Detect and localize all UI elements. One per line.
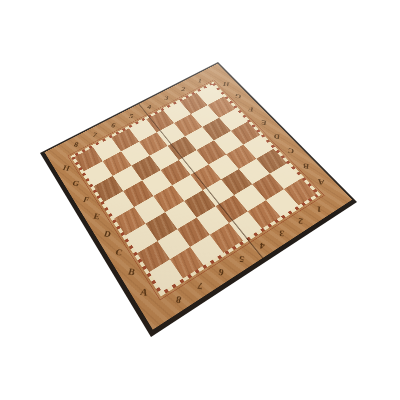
coordinate-label-left-G: G xyxy=(71,180,80,188)
coordinate-label-left-E: E xyxy=(92,212,100,221)
coordinate-label-bottom-5: 5 xyxy=(239,253,245,263)
coordinate-label-right-F: F xyxy=(248,106,254,113)
coordinate-label-right-G: G xyxy=(235,93,242,100)
coordinate-label-top-7: 7 xyxy=(92,132,98,139)
coordinate-label-left-D: D xyxy=(103,230,112,239)
coordinate-label-right-H: H xyxy=(223,81,230,87)
coordinate-label-bottom-2: 2 xyxy=(298,216,304,225)
coordinate-label-top-3: 3 xyxy=(163,95,169,101)
coordinate-label-right-D: D xyxy=(274,132,281,139)
coordinate-label-bottom-6: 6 xyxy=(218,266,225,276)
coordinate-label-bottom-1: 1 xyxy=(316,204,321,213)
coordinate-label-left-A: A xyxy=(139,287,148,298)
coordinate-label-right-C: C xyxy=(288,147,295,155)
coordinate-label-top-2: 2 xyxy=(181,86,186,92)
coordinate-label-left-B: B xyxy=(127,267,136,277)
playing-area xyxy=(70,82,320,297)
coordinate-label-bottom-7: 7 xyxy=(197,280,204,290)
coordinate-label-top-1: 1 xyxy=(197,78,202,84)
board-wood-frame: 87654321 87654321 HGFEDCBA HGFEDCBA xyxy=(44,64,352,330)
coordinate-label-left-F: F xyxy=(82,196,90,204)
coordinate-label-top-5: 5 xyxy=(128,113,134,120)
coordinate-label-right-E: E xyxy=(260,119,267,126)
coordinate-label-bottom-8: 8 xyxy=(175,294,182,305)
coordinate-label-bottom-3: 3 xyxy=(279,228,285,237)
coordinate-label-left-C: C xyxy=(115,248,124,258)
chess-board: 87654321 87654321 HGFEDCBA HGFEDCBA xyxy=(40,62,357,337)
coordinate-label-bottom-4: 4 xyxy=(259,241,265,250)
photo-background: 87654321 87654321 HGFEDCBA HGFEDCBA xyxy=(0,0,400,400)
coordinate-label-top-8: 8 xyxy=(73,141,80,148)
coordinate-label-right-B: B xyxy=(303,162,310,170)
coordinate-label-top-6: 6 xyxy=(110,122,116,129)
coordinate-label-left-H: H xyxy=(62,164,71,172)
coordinate-label-right-A: A xyxy=(318,177,325,185)
coordinate-label-top-4: 4 xyxy=(146,104,152,110)
